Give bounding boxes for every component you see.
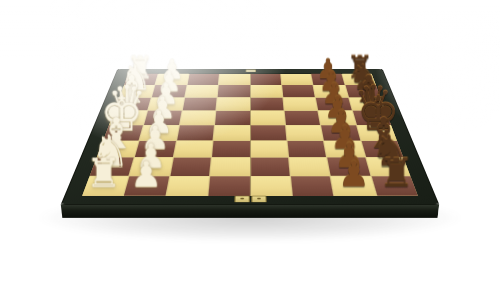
board-square [212, 141, 249, 157]
board-square: ♜ [82, 176, 129, 196]
black-pawn: ♟ [339, 157, 371, 192]
board-square [218, 85, 250, 97]
board-square [180, 111, 216, 125]
board-square [283, 98, 317, 111]
board-square [285, 111, 321, 125]
board-scene: ♜♟♟♜♞♟♟♞♝♟♟♝♛♟♟♛♚♟♟♚♝♟♟♝♞♟♟♞♜♟♟♜ [0, 0, 500, 285]
board-square [250, 98, 283, 111]
board-square: ♜ [371, 176, 418, 196]
brass-clasp-left [234, 196, 250, 203]
board-square [185, 85, 218, 97]
board-square [216, 98, 249, 111]
board-square [174, 141, 213, 157]
board-square [177, 125, 214, 140]
board-square [282, 85, 315, 97]
brass-clasp-right [251, 196, 267, 203]
chess-board: ♜♟♟♜♞♟♟♞♝♟♟♝♛♟♟♛♚♟♟♚♝♟♟♝♞♟♟♞♜♟♟♜ [62, 69, 438, 204]
product-photo: ♜♟♟♜♞♟♟♞♝♟♟♝♛♟♟♛♚♟♟♚♝♟♟♝♞♟♟♞♜♟♟♜ [0, 0, 500, 285]
brass-hinge-back [246, 69, 256, 71]
board-square [286, 125, 323, 140]
board-square [251, 176, 292, 196]
board-front-edge [61, 204, 439, 218]
board-square [219, 74, 250, 85]
white-rook: ♜ [86, 152, 122, 192]
board-square [281, 74, 313, 85]
board-square: ♟ [124, 176, 169, 196]
board-square [210, 158, 249, 176]
board-square [289, 158, 330, 176]
board-square [170, 158, 211, 176]
board-square [251, 141, 288, 157]
board-square [215, 111, 249, 125]
board-square [291, 176, 334, 196]
board-square [187, 74, 219, 85]
board-square [208, 176, 249, 196]
board-square [251, 158, 290, 176]
board-square [182, 98, 216, 111]
board-square [250, 111, 284, 125]
board-square [214, 125, 250, 140]
board-square [166, 176, 209, 196]
white-pawn: ♟ [130, 157, 162, 192]
board-square [250, 74, 281, 85]
board-square [251, 125, 287, 140]
board-square [250, 85, 282, 97]
board-square: ♟ [331, 176, 376, 196]
board-square [287, 141, 326, 157]
black-rook: ♜ [378, 152, 414, 192]
